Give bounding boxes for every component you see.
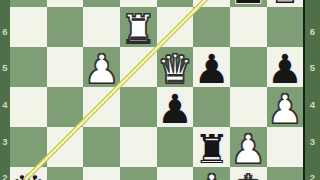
square-f7[interactable] (193, 0, 230, 7)
rank-label-right-2: 2 (305, 172, 320, 180)
rank-label-left-2: 2 (0, 172, 10, 180)
square-b2[interactable] (47, 167, 84, 180)
chessboard: ♟︎♚︎♜︎♟︎♛︎♟︎♟︎♟︎♟︎♜︎♟︎♛︎♟︎♚︎ (10, 0, 303, 180)
square-c5[interactable]: ♟︎ (83, 47, 120, 87)
square-h7[interactable]: ♚︎ (267, 0, 304, 7)
square-a6[interactable] (10, 7, 47, 47)
piece-white-king-g2[interactable]: ♚︎ (230, 169, 266, 180)
square-a3[interactable] (10, 127, 47, 167)
square-f5[interactable]: ♟︎ (193, 47, 230, 87)
square-h2[interactable] (267, 167, 304, 180)
square-e3[interactable] (157, 127, 194, 167)
square-d5[interactable] (120, 47, 157, 87)
piece-black-queen-a2[interactable]: ♛︎ (10, 169, 46, 180)
piece-black-rook-f3[interactable]: ♜︎ (194, 129, 230, 169)
square-e7[interactable] (157, 0, 194, 7)
piece-white-pawn-f2[interactable]: ♟︎ (194, 169, 230, 180)
square-c6[interactable] (83, 7, 120, 47)
square-a7[interactable] (10, 0, 47, 7)
rank-label-left-4: 4 (0, 99, 10, 111)
piece-black-pawn-e4[interactable]: ♟︎ (157, 89, 193, 129)
rank-label-left-3: 3 (0, 136, 10, 148)
square-e6[interactable] (157, 7, 194, 47)
chess-thumbnail: ♟︎♚︎♜︎♟︎♛︎♟︎♟︎♟︎♟︎♜︎♟︎♛︎♟︎♚︎ 765432 7654… (0, 0, 320, 180)
square-d6[interactable]: ♜︎ (120, 7, 157, 47)
square-a4[interactable] (10, 87, 47, 127)
rank-label-right-7: 7 (305, 0, 320, 1)
square-a2[interactable]: ♛︎ (10, 167, 47, 180)
square-c7[interactable] (83, 0, 120, 7)
square-g6[interactable] (230, 7, 267, 47)
square-b5[interactable] (47, 47, 84, 87)
square-g7[interactable]: ♟︎ (230, 0, 267, 7)
piece-white-pawn-c5[interactable]: ♟︎ (84, 49, 120, 89)
piece-black-pawn-h5[interactable]: ♟︎ (267, 49, 303, 89)
rank-label-right-4: 4 (305, 99, 320, 111)
square-c2[interactable] (83, 167, 120, 180)
square-a5[interactable] (10, 47, 47, 87)
piece-white-pawn-g3[interactable]: ♟︎ (230, 129, 266, 169)
square-e2[interactable] (157, 167, 194, 180)
rank-label-right-3: 3 (305, 136, 320, 148)
square-e4[interactable]: ♟︎ (157, 87, 194, 127)
square-d4[interactable] (120, 87, 157, 127)
piece-white-queen-e5[interactable]: ♛︎ (157, 49, 193, 89)
square-c3[interactable] (83, 127, 120, 167)
square-h6[interactable] (267, 7, 304, 47)
rank-label-right-6: 6 (305, 26, 320, 38)
square-g2[interactable]: ♚︎ (230, 167, 267, 180)
square-h4[interactable]: ♟︎ (267, 87, 304, 127)
square-b6[interactable] (47, 7, 84, 47)
coordinate-strip-right: 765432 (305, 0, 320, 180)
square-b3[interactable] (47, 127, 84, 167)
square-b4[interactable] (47, 87, 84, 127)
square-g3[interactable]: ♟︎ (230, 127, 267, 167)
rank-label-left-6: 6 (0, 26, 10, 38)
square-h3[interactable] (267, 127, 304, 167)
square-f3[interactable]: ♜︎ (193, 127, 230, 167)
coordinate-strip-left: 765432 (0, 0, 10, 180)
piece-white-pawn-h4[interactable]: ♟︎ (267, 89, 303, 129)
square-e5[interactable]: ♛︎ (157, 47, 194, 87)
rank-label-left-7: 7 (0, 0, 10, 1)
square-f2[interactable]: ♟︎ (193, 167, 230, 180)
square-g5[interactable] (230, 47, 267, 87)
board-edge-line (303, 0, 305, 180)
square-f4[interactable] (193, 87, 230, 127)
square-d2[interactable] (120, 167, 157, 180)
square-h5[interactable]: ♟︎ (267, 47, 304, 87)
square-g4[interactable] (230, 87, 267, 127)
piece-black-pawn-f5[interactable]: ♟︎ (194, 49, 230, 89)
square-f6[interactable] (193, 7, 230, 47)
rank-label-left-5: 5 (0, 62, 10, 74)
piece-white-rook-d6[interactable]: ♜︎ (120, 9, 156, 49)
rank-label-right-5: 5 (305, 62, 320, 74)
square-b7[interactable] (47, 0, 84, 7)
square-c4[interactable] (83, 87, 120, 127)
square-d3[interactable] (120, 127, 157, 167)
